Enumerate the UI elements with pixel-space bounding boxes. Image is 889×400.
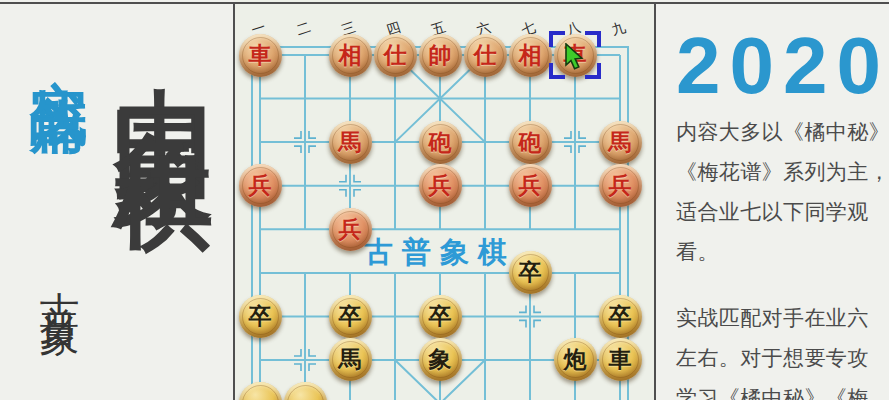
intro-line: 内容大多以《橘中秘》: [676, 112, 889, 152]
piece-black-馬-r8c3[interactable]: 馬: [329, 338, 372, 381]
piece-black-車-r8c9[interactable]: 車: [599, 338, 642, 381]
piece-char: 兵: [339, 218, 362, 241]
piece-red-車-r1c1[interactable]: 車: [239, 34, 282, 77]
piece-char: 仕: [474, 44, 497, 67]
piece-red-馬-r3c3[interactable]: 馬: [329, 121, 372, 164]
intro-line: 看。: [676, 232, 889, 272]
piece-black-卒-r7c3[interactable]: 卒: [329, 295, 372, 338]
piece-char: 馬: [339, 348, 362, 371]
series-name: 古普象: [33, 260, 88, 299]
piece-char: 相: [519, 44, 542, 67]
piece-char: 象: [429, 348, 452, 371]
piece-char: 卒: [429, 305, 452, 328]
match-line: 实战匹配对手在业六: [676, 298, 889, 338]
match-line: 左右。对于想要专攻: [676, 338, 889, 378]
piece-char: 帥: [429, 44, 452, 67]
piece-black-卒-r7c5[interactable]: 卒: [419, 295, 462, 338]
board-right-border: [654, 2, 656, 400]
piece-red-兵-r4c5[interactable]: 兵: [419, 164, 462, 207]
piece-char: 卒: [249, 305, 272, 328]
piece-char: 兵: [249, 174, 272, 197]
piece-red-兵-r4c1[interactable]: 兵: [239, 164, 282, 207]
piece-char: 卒: [519, 261, 542, 284]
intro-line: 《梅花谱》系列为主，: [676, 152, 889, 192]
piece-red-兵-r4c7[interactable]: 兵: [509, 164, 552, 207]
page-title: 中国象棋: [97, 6, 232, 94]
intro-paragraph: 内容大多以《橘中秘》 《梅花谱》系列为主， 适合业七以下同学观 看。: [676, 112, 889, 272]
piece-black-卒-r6c7[interactable]: 卒: [509, 251, 552, 294]
piece-char: 車: [609, 348, 632, 371]
piece-char: 車: [249, 44, 272, 67]
series-subtitle: 实战篇: [20, 32, 98, 62]
top-border-line: [0, 2, 889, 4]
col-label-2: 二: [294, 18, 312, 38]
piece-char: 馬: [339, 131, 362, 154]
piece-char: 兵: [609, 174, 632, 197]
piece-char: 砲: [429, 131, 452, 154]
col-label-9: 九: [609, 18, 627, 38]
piece-black-卒-r7c9[interactable]: 卒: [599, 295, 642, 338]
piece-black-炮-r8c8[interactable]: 炮: [554, 338, 597, 381]
xiangqi-board[interactable]: 一 二 三 四 五 六 七 八 九 古普象棋 車相仕帥仕相車馬砲砲馬兵兵兵兵兵卒…: [235, 0, 654, 400]
river-text: 古普象棋: [364, 236, 516, 268]
piece-red-相-r1c7[interactable]: 相: [509, 34, 552, 77]
piece-char: 馬: [609, 131, 632, 154]
piece-char: 卒: [609, 305, 632, 328]
piece-red-兵-r4c9[interactable]: 兵: [599, 164, 642, 207]
piece-black-象-r8c5[interactable]: 象: [419, 338, 462, 381]
piece-char: 仕: [384, 44, 407, 67]
piece-red-馬-r3c9[interactable]: 馬: [599, 121, 642, 164]
piece-char: 兵: [429, 174, 452, 197]
piece-red-相-r1c3[interactable]: 相: [329, 34, 372, 77]
piece-red-帥-r1c5[interactable]: 帥: [419, 34, 462, 77]
intro-line: 适合业七以下同学观: [676, 192, 889, 232]
mouse-cursor-icon: [564, 43, 584, 77]
piece-red-仕-r1c4[interactable]: 仕: [374, 34, 417, 77]
piece-char: 卒: [339, 305, 362, 328]
page: { "game": "xiangqi", "left_panel": { "su…: [0, 0, 889, 400]
board-left-border: [233, 2, 235, 400]
year-heading: 2020: [676, 26, 889, 106]
piece-char: 兵: [519, 174, 542, 197]
piece-red-砲-r3c7[interactable]: 砲: [509, 121, 552, 164]
piece-black-卒-r7c1[interactable]: 卒: [239, 295, 282, 338]
match-line: 学习《橘中秘》《梅: [676, 378, 889, 400]
piece-char: 炮: [564, 348, 587, 371]
piece-red-兵-r5c3[interactable]: 兵: [329, 208, 372, 251]
piece-char: 相: [339, 44, 362, 67]
match-paragraph: 实战匹配对手在业六 左右。对于想要专攻 学习《橘中秘》《梅: [676, 298, 889, 400]
piece-red-仕-r1c6[interactable]: 仕: [464, 34, 507, 77]
piece-char: 砲: [519, 131, 542, 154]
piece-red-砲-r3c5[interactable]: 砲: [419, 121, 462, 164]
